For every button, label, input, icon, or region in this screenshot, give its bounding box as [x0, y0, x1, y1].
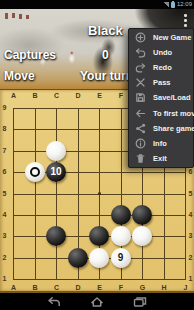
redo-arrow-icon: [135, 62, 146, 73]
board-coordinate-label: 5: [187, 190, 194, 198]
board-coordinate-label: E: [94, 92, 105, 100]
board-coordinate-label: J: [180, 284, 191, 292]
board-coordinate-label: 1: [1, 275, 8, 283]
board-coordinate-label: A: [8, 284, 19, 292]
board-grid-line: [13, 279, 186, 280]
overflow-menu-icon[interactable]: [184, 14, 187, 29]
board-grid-line: [13, 215, 186, 216]
black-stone-D2[interactable]: [68, 248, 88, 268]
move-label: Move: [4, 69, 35, 83]
move-number-label: 10: [50, 167, 61, 177]
status-clock: 12:09: [177, 0, 192, 9]
board-coordinate-label: F: [116, 92, 127, 100]
menu-item-label: Pass: [153, 78, 171, 87]
home-icon[interactable]: [89, 296, 105, 308]
board-coordinate-label: B: [30, 92, 41, 100]
menu-item-info[interactable]: Info: [129, 136, 193, 151]
board-coordinate-label: 7: [1, 147, 8, 155]
android-nav-bar: [0, 293, 194, 310]
recents-icon[interactable]: [132, 296, 148, 308]
menu-item-label: Undo: [153, 48, 172, 57]
white-stone-G3[interactable]: [132, 226, 152, 246]
player-heading: Black: [88, 23, 123, 38]
board-coordinate-label: B: [30, 284, 41, 292]
board-coordinate-label: 9: [1, 104, 8, 112]
menu-item-save-load[interactable]: Save/Load: [129, 90, 193, 105]
black-stone-C3[interactable]: [46, 226, 66, 246]
x-icon: [135, 77, 146, 88]
board-coordinate-label: C: [51, 92, 62, 100]
menu-item-label: To first move: [153, 109, 194, 118]
trash-icon: [135, 153, 146, 164]
menu-item-redo[interactable]: Redo: [129, 60, 193, 75]
board-coordinate-label: G: [137, 284, 148, 292]
status-bar: 12:09: [0, 0, 194, 9]
menu-item-label: Share game: [153, 124, 194, 133]
floppy-disk-icon: [135, 92, 146, 103]
board-coordinate-label: 6: [187, 168, 194, 176]
options-menu: New GameUndoRedoPassSave/LoadTo first mo…: [128, 28, 194, 168]
board-coordinate-label: F: [116, 284, 127, 292]
star-point: [98, 192, 101, 195]
undo-arrow-icon: [135, 47, 146, 58]
black-stone-C6[interactable]: 10: [46, 162, 66, 182]
board-coordinate-label: 3: [187, 232, 194, 240]
board-coordinate-label: 4: [187, 211, 194, 219]
move-number-label: 9: [118, 253, 124, 263]
white-stone-F3[interactable]: [111, 226, 131, 246]
board-coordinate-label: D: [73, 92, 84, 100]
painting-seal-mark: [19, 14, 22, 19]
black-stone-E3[interactable]: [89, 226, 109, 246]
painting-seal-mark: [12, 13, 15, 18]
board-coordinate-label: 3: [1, 232, 8, 240]
board-coordinate-label: 5: [1, 190, 8, 198]
captures-value: 0: [102, 48, 109, 62]
back-icon[interactable]: [46, 296, 62, 308]
arrow-left-icon: [135, 108, 146, 119]
painting-seal-mark: [5, 13, 8, 19]
board-coordinate-label: 2: [1, 254, 8, 262]
share-icon: [135, 123, 146, 134]
menu-item-label: New Game: [153, 33, 191, 42]
menu-item-share-game[interactable]: Share game: [129, 121, 193, 136]
black-stone-G4[interactable]: [132, 205, 152, 225]
signal-icon: [164, 2, 169, 7]
white-stone-F2[interactable]: 9: [111, 248, 131, 268]
board-coordinate-label: E: [94, 284, 105, 292]
captures-label: Captures: [4, 48, 56, 62]
circle-plus-icon: [135, 32, 146, 43]
white-stone-B6[interactable]: [25, 162, 45, 182]
menu-item-label: Exit: [153, 154, 167, 163]
board-coordinate-label: H: [159, 284, 170, 292]
board-coordinate-label: A: [8, 92, 19, 100]
white-stone-C7[interactable]: [46, 141, 66, 161]
menu-item-label: Redo: [153, 63, 172, 72]
menu-item-new-game[interactable]: New Game: [129, 30, 193, 45]
menu-item-undo[interactable]: Undo: [129, 45, 193, 60]
battery-icon: [171, 2, 175, 8]
board-coordinate-label: C: [51, 284, 62, 292]
painting-seal-mark: [26, 15, 29, 19]
board-coordinate-label: 4: [1, 211, 8, 219]
menu-item-exit[interactable]: Exit: [129, 151, 193, 166]
move-value: Your turn: [80, 69, 133, 83]
info-icon: [135, 138, 146, 149]
menu-item-label: Info: [153, 139, 167, 148]
white-stone-E2[interactable]: [89, 248, 109, 268]
menu-item-to-first-move[interactable]: To first move: [129, 106, 193, 121]
board-coordinate-label: D: [73, 284, 84, 292]
phone-screen: 12:09 Black Captures 0 Move Your turn AA…: [0, 0, 194, 310]
board-coordinate-label: 1: [187, 275, 194, 283]
menu-item-label: Save/Load: [153, 93, 191, 102]
black-stone-F4[interactable]: [111, 205, 131, 225]
board-coordinate-label: 8: [1, 125, 8, 133]
last-move-circle-marker: [30, 167, 40, 177]
board-coordinate-label: 2: [187, 254, 194, 262]
menu-item-pass[interactable]: Pass: [129, 75, 193, 90]
board-coordinate-label: 6: [1, 168, 8, 176]
